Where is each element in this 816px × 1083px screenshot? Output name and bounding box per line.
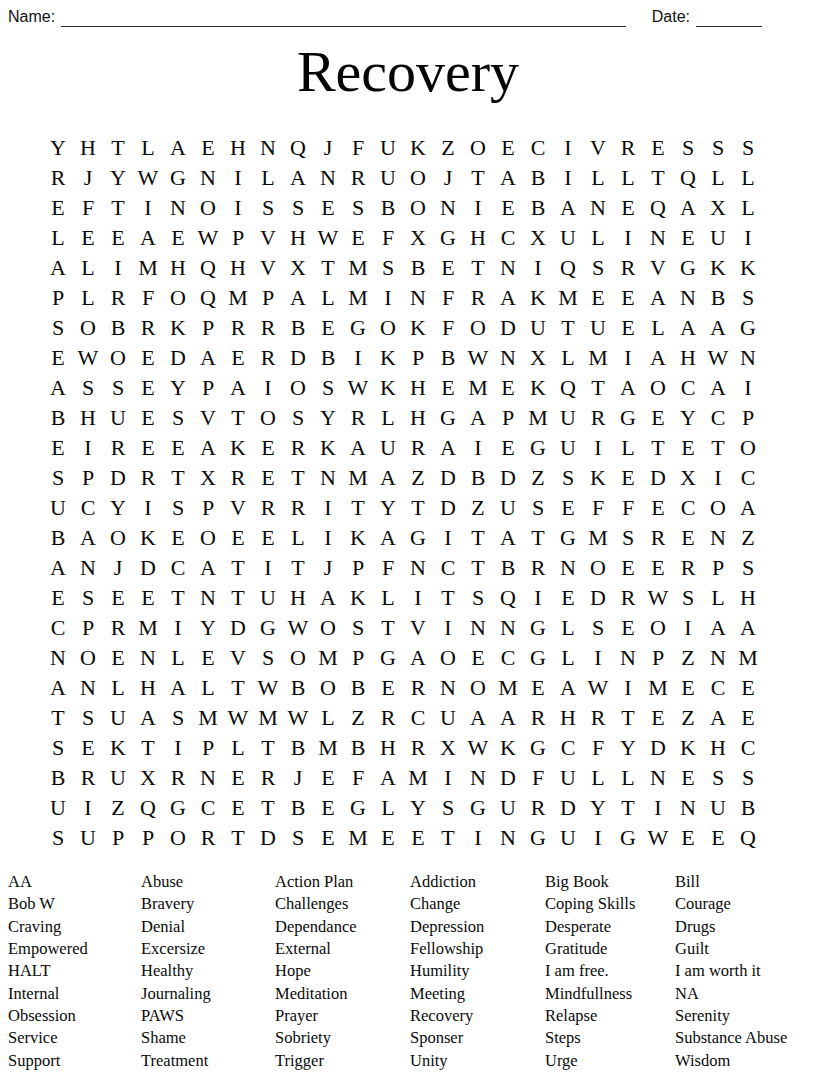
grid-cell-r14c15: T <box>463 523 493 553</box>
word-list-item: Coping Skills <box>545 893 675 915</box>
grid-cell-r10c8: O <box>253 403 283 433</box>
grid-cell-r13c13: T <box>403 493 433 523</box>
grid-cell-r14c22: E <box>673 523 703 553</box>
grid-cell-r11c3: R <box>103 433 133 463</box>
grid-cell-r6c12: I <box>373 283 403 313</box>
grid-cell-r3c19: N <box>583 193 613 223</box>
grid-cell-r18c13: A <box>403 643 433 673</box>
grid-cell-r24c11: M <box>343 823 373 853</box>
name-blank-line <box>61 6 626 27</box>
word-list-item: Dependance <box>275 916 410 938</box>
grid-cell-r16c15: S <box>463 583 493 613</box>
grid-cell-r11c9: R <box>283 433 313 463</box>
grid-cell-r17c24: A <box>733 613 763 643</box>
grid-cell-r24c20: G <box>613 823 643 853</box>
grid-cell-r18c11: P <box>343 643 373 673</box>
grid-cell-r18c7: V <box>223 643 253 673</box>
word-list-item: Urge <box>545 1050 675 1072</box>
grid-cell-r14c1: B <box>43 523 73 553</box>
grid-cell-r14c14: I <box>433 523 463 553</box>
grid-cell-r6c9: A <box>283 283 313 313</box>
grid-cell-r10c19: R <box>583 403 613 433</box>
grid-cell-r23c2: I <box>73 793 103 823</box>
grid-cell-r6c16: A <box>493 283 523 313</box>
grid-cell-r16c14: T <box>433 583 463 613</box>
grid-cell-r14c10: I <box>313 523 343 553</box>
grid-cell-r2c22: Q <box>673 163 703 193</box>
grid-cell-r2c23: L <box>703 163 733 193</box>
grid-cell-r6c1: P <box>43 283 73 313</box>
grid-cell-r9c18: Q <box>553 373 583 403</box>
grid-cell-r13c3: Y <box>103 493 133 523</box>
grid-cell-r18c2: O <box>73 643 103 673</box>
grid-cell-r7c23: A <box>703 313 733 343</box>
grid-cell-r17c18: L <box>553 613 583 643</box>
grid-cell-r12c22: X <box>673 463 703 493</box>
grid-cell-r5c20: R <box>613 253 643 283</box>
grid-cell-r13c17: S <box>523 493 553 523</box>
grid-cell-r17c6: Y <box>193 613 223 643</box>
grid-cell-r12c4: R <box>133 463 163 493</box>
grid-cell-r24c18: U <box>553 823 583 853</box>
grid-cell-r21c3: K <box>103 733 133 763</box>
grid-cell-r10c21: E <box>643 403 673 433</box>
grid-cell-r17c4: M <box>133 613 163 643</box>
grid-cell-r21c10: M <box>313 733 343 763</box>
word-list-item: Craving <box>8 916 141 938</box>
grid-cell-r14c5: E <box>163 523 193 553</box>
date-label: Date: <box>652 7 696 27</box>
grid-cell-r23c14: S <box>433 793 463 823</box>
grid-cell-r11c6: A <box>193 433 223 463</box>
grid-cell-r13c23: O <box>703 493 733 523</box>
word-list-item: AA <box>8 871 141 893</box>
grid-cell-r9c15: M <box>463 373 493 403</box>
grid-cell-r12c6: X <box>193 463 223 493</box>
grid-cell-r17c1: C <box>43 613 73 643</box>
word-list-item: Shame <box>141 1027 275 1049</box>
grid-cell-r20c10: L <box>313 703 343 733</box>
grid-cell-r2c24: L <box>733 163 763 193</box>
grid-cell-r1c21: E <box>643 133 673 163</box>
word-list-item: HALT <box>8 960 141 982</box>
grid-cell-r12c11: M <box>343 463 373 493</box>
grid-cell-r7c19: U <box>583 313 613 343</box>
grid-cell-r9c12: K <box>373 373 403 403</box>
grid-cell-r9c7: A <box>223 373 253 403</box>
grid-cell-r5c4: M <box>133 253 163 283</box>
grid-cell-r11c19: I <box>583 433 613 463</box>
grid-cell-r18c4: N <box>133 643 163 673</box>
grid-cell-r24c5: O <box>163 823 193 853</box>
grid-cell-r21c22: K <box>673 733 703 763</box>
grid-cell-r11c8: E <box>253 433 283 463</box>
grid-cell-r24c23: E <box>703 823 733 853</box>
grid-cell-r4c3: E <box>103 223 133 253</box>
grid-cell-r21c11: B <box>343 733 373 763</box>
word-list-item: Treatment <box>141 1050 275 1072</box>
grid-cell-r13c11: T <box>343 493 373 523</box>
grid-cell-r5c8: V <box>253 253 283 283</box>
grid-cell-r20c9: W <box>283 703 313 733</box>
grid-cell-r20c20: T <box>613 703 643 733</box>
grid-cell-r8c6: A <box>193 343 223 373</box>
grid-cell-r12c21: D <box>643 463 673 493</box>
grid-cell-r4c19: L <box>583 223 613 253</box>
grid-cell-r9c3: S <box>103 373 133 403</box>
grid-cell-r6c7: M <box>223 283 253 313</box>
grid-cell-r22c18: U <box>553 763 583 793</box>
word-list-item: Drugs <box>675 916 808 938</box>
grid-cell-r19c17: E <box>523 673 553 703</box>
grid-cell-r12c5: T <box>163 463 193 493</box>
grid-cell-r22c6: N <box>193 763 223 793</box>
grid-cell-r11c15: I <box>463 433 493 463</box>
grid-cell-r24c15: I <box>463 823 493 853</box>
grid-cell-r9c5: Y <box>163 373 193 403</box>
grid-cell-r5c15: T <box>463 253 493 283</box>
grid-cell-r10c6: V <box>193 403 223 433</box>
grid-cell-r14c6: O <box>193 523 223 553</box>
grid-cell-r7c5: K <box>163 313 193 343</box>
grid-cell-r21c16: K <box>493 733 523 763</box>
grid-cell-r16c23: L <box>703 583 733 613</box>
word-list-item: Service <box>8 1027 141 1049</box>
grid-cell-r16c10: A <box>313 583 343 613</box>
grid-cell-r3c3: T <box>103 193 133 223</box>
grid-cell-r24c3: P <box>103 823 133 853</box>
grid-cell-r1c15: O <box>463 133 493 163</box>
grid-cell-r15c7: T <box>223 553 253 583</box>
grid-cell-r5c21: V <box>643 253 673 283</box>
grid-cell-r10c5: S <box>163 403 193 433</box>
grid-cell-r11c22: E <box>673 433 703 463</box>
grid-cell-r10c13: H <box>403 403 433 433</box>
grid-cell-r17c16: N <box>493 613 523 643</box>
grid-cell-r4c2: E <box>73 223 103 253</box>
grid-cell-r12c3: D <box>103 463 133 493</box>
grid-cell-r13c10: I <box>313 493 343 523</box>
grid-cell-r23c20: T <box>613 793 643 823</box>
word-list-item: Gratitude <box>545 938 675 960</box>
grid-cell-r7c7: R <box>223 313 253 343</box>
grid-cell-r14c2: A <box>73 523 103 553</box>
grid-cell-r21c4: T <box>133 733 163 763</box>
grid-cell-r13c12: Y <box>373 493 403 523</box>
puzzle-title: Recovery <box>0 40 816 104</box>
grid-cell-r22c12: A <box>373 763 403 793</box>
word-list-item: Relapse <box>545 1005 675 1027</box>
grid-cell-r18c10: M <box>313 643 343 673</box>
grid-cell-r20c21: E <box>643 703 673 733</box>
grid-cell-r15c19: O <box>583 553 613 583</box>
grid-cell-r1c2: H <box>73 133 103 163</box>
grid-cell-r9c16: E <box>493 373 523 403</box>
grid-cell-r22c9: J <box>283 763 313 793</box>
grid-cell-r4c10: W <box>313 223 343 253</box>
grid-cell-r7c4: R <box>133 313 163 343</box>
grid-cell-r2c19: L <box>583 163 613 193</box>
grid-cell-r22c22: E <box>673 763 703 793</box>
grid-cell-r12c20: E <box>613 463 643 493</box>
grid-cell-r10c14: G <box>433 403 463 433</box>
grid-cell-r3c24: L <box>733 193 763 223</box>
grid-cell-r20c8: M <box>253 703 283 733</box>
grid-cell-r11c11: A <box>343 433 373 463</box>
grid-cell-r1c3: T <box>103 133 133 163</box>
grid-cell-r8c15: W <box>463 343 493 373</box>
grid-cell-r22c10: E <box>313 763 343 793</box>
grid-cell-r12c23: I <box>703 463 733 493</box>
grid-cell-r19c13: R <box>403 673 433 703</box>
grid-cell-r21c2: E <box>73 733 103 763</box>
grid-cell-r8c23: W <box>703 343 733 373</box>
grid-cell-r15c22: R <box>673 553 703 583</box>
grid-cell-r1c22: S <box>673 133 703 163</box>
grid-cell-r12c17: Z <box>523 463 553 493</box>
grid-cell-r8c10: B <box>313 343 343 373</box>
grid-cell-r17c12: T <box>373 613 403 643</box>
grid-cell-r8c13: P <box>403 343 433 373</box>
grid-cell-r1c1: Y <box>43 133 73 163</box>
grid-cell-r16c17: I <box>523 583 553 613</box>
grid-cell-r9c1: A <box>43 373 73 403</box>
grid-cell-r13c20: F <box>613 493 643 523</box>
grid-cell-r9c17: K <box>523 373 553 403</box>
grid-cell-r2c13: O <box>403 163 433 193</box>
word-list-item: I am free. <box>545 960 675 982</box>
word-list-item: NA <box>675 983 808 1005</box>
word-list-item: Obsession <box>8 1005 141 1027</box>
grid-cell-r7c20: E <box>613 313 643 343</box>
grid-cell-r5c11: M <box>343 253 373 283</box>
grid-cell-r4c21: N <box>643 223 673 253</box>
grid-cell-r7c2: O <box>73 313 103 343</box>
grid-cell-r16c7: T <box>223 583 253 613</box>
grid-cell-r20c11: Z <box>343 703 373 733</box>
grid-cell-r22c3: U <box>103 763 133 793</box>
grid-cell-r16c22: S <box>673 583 703 613</box>
grid-cell-r5c5: H <box>163 253 193 283</box>
grid-cell-r17c14: I <box>433 613 463 643</box>
grid-cell-r14c21: R <box>643 523 673 553</box>
grid-cell-r18c12: G <box>373 643 403 673</box>
grid-cell-r1c4: L <box>133 133 163 163</box>
word-list-item: Bob W <box>8 893 141 915</box>
grid-cell-r8c16: N <box>493 343 523 373</box>
word-list-item: Desperate <box>545 916 675 938</box>
grid-cell-r9c21: O <box>643 373 673 403</box>
grid-cell-r9c24: I <box>733 373 763 403</box>
grid-cell-r5c17: I <box>523 253 553 283</box>
grid-cell-r24c12: E <box>373 823 403 853</box>
grid-cell-r20c2: S <box>73 703 103 733</box>
grid-cell-r1c12: U <box>373 133 403 163</box>
grid-cell-r4c18: U <box>553 223 583 253</box>
grid-cell-r20c24: E <box>733 703 763 733</box>
grid-cell-r5c18: Q <box>553 253 583 283</box>
grid-cell-r5c1: A <box>43 253 73 283</box>
grid-cell-r12c24: C <box>733 463 763 493</box>
grid-cell-r21c24: C <box>733 733 763 763</box>
grid-cell-r3c16: E <box>493 193 523 223</box>
grid-cell-r20c13: C <box>403 703 433 733</box>
grid-cell-r8c22: H <box>673 343 703 373</box>
grid-cell-r10c2: H <box>73 403 103 433</box>
grid-cell-r9c4: E <box>133 373 163 403</box>
grid-cell-r1c23: S <box>703 133 733 163</box>
grid-cell-r20c6: M <box>193 703 223 733</box>
grid-cell-r2c9: A <box>283 163 313 193</box>
grid-cell-r18c15: E <box>463 643 493 673</box>
grid-cell-r12c14: D <box>433 463 463 493</box>
grid-cell-r22c23: S <box>703 763 733 793</box>
grid-cell-r22c15: N <box>463 763 493 793</box>
grid-cell-r12c12: A <box>373 463 403 493</box>
grid-cell-r6c24: S <box>733 283 763 313</box>
grid-cell-r4c8: V <box>253 223 283 253</box>
grid-cell-r6c5: O <box>163 283 193 313</box>
grid-cell-r2c16: A <box>493 163 523 193</box>
grid-cell-r20c16: A <box>493 703 523 733</box>
grid-cell-r14c9: L <box>283 523 313 553</box>
grid-cell-r2c14: J <box>433 163 463 193</box>
grid-cell-r3c22: A <box>673 193 703 223</box>
grid-cell-r17c22: I <box>673 613 703 643</box>
grid-cell-r8c8: R <box>253 343 283 373</box>
grid-cell-r11c20: L <box>613 433 643 463</box>
grid-cell-r22c8: R <box>253 763 283 793</box>
grid-cell-r23c8: T <box>253 793 283 823</box>
grid-cell-r18c20: N <box>613 643 643 673</box>
grid-cell-r8c7: E <box>223 343 253 373</box>
grid-cell-r2c1: R <box>43 163 73 193</box>
grid-cell-r16c24: H <box>733 583 763 613</box>
grid-cell-r2c6: N <box>193 163 223 193</box>
grid-cell-r7c15: O <box>463 313 493 343</box>
grid-cell-r24c19: I <box>583 823 613 853</box>
grid-cell-r18c3: E <box>103 643 133 673</box>
grid-cell-r22c17: F <box>523 763 553 793</box>
word-list-item: Guilt <box>675 938 808 960</box>
grid-cell-r9c14: E <box>433 373 463 403</box>
grid-cell-r18c22: Z <box>673 643 703 673</box>
word-list-item: Support <box>8 1050 141 1072</box>
grid-cell-r3c12: B <box>373 193 403 223</box>
grid-cell-r4c15: H <box>463 223 493 253</box>
grid-cell-r5c13: B <box>403 253 433 283</box>
grid-cell-r1c6: E <box>193 133 223 163</box>
grid-cell-r11c21: T <box>643 433 673 463</box>
grid-cell-r6c8: P <box>253 283 283 313</box>
grid-cell-r19c5: A <box>163 673 193 703</box>
grid-cell-r6c18: M <box>553 283 583 313</box>
grid-cell-r12c10: N <box>313 463 343 493</box>
grid-cell-r6c10: L <box>313 283 343 313</box>
grid-cell-r9c6: P <box>193 373 223 403</box>
grid-cell-r7c9: B <box>283 313 313 343</box>
grid-cell-r18c21: P <box>643 643 673 673</box>
grid-cell-r3c5: N <box>163 193 193 223</box>
grid-cell-r20c12: R <box>373 703 403 733</box>
grid-cell-r15c9: T <box>283 553 313 583</box>
grid-cell-r21c15: W <box>463 733 493 763</box>
grid-cell-r21c20: Y <box>613 733 643 763</box>
grid-cell-r7c18: T <box>553 313 583 343</box>
grid-cell-r6c20: E <box>613 283 643 313</box>
grid-cell-r22c13: M <box>403 763 433 793</box>
word-list-item: Sponser <box>410 1027 545 1049</box>
grid-cell-r11c14: A <box>433 433 463 463</box>
grid-cell-r14c8: E <box>253 523 283 553</box>
grid-cell-r2c11: R <box>343 163 373 193</box>
grid-cell-r21c13: R <box>403 733 433 763</box>
grid-cell-r2c8: L <box>253 163 283 193</box>
grid-cell-r12c8: E <box>253 463 283 493</box>
grid-cell-r14c16: A <box>493 523 523 553</box>
grid-cell-r18c8: S <box>253 643 283 673</box>
grid-cell-r10c15: A <box>463 403 493 433</box>
grid-cell-r15c12: F <box>373 553 403 583</box>
grid-cell-r4c17: X <box>523 223 553 253</box>
grid-cell-r16c4: E <box>133 583 163 613</box>
grid-cell-r4c9: H <box>283 223 313 253</box>
grid-cell-r6c11: M <box>343 283 373 313</box>
grid-cell-r10c3: U <box>103 403 133 433</box>
grid-cell-r10c24: P <box>733 403 763 433</box>
grid-cell-r19c20: I <box>613 673 643 703</box>
grid-cell-r7c11: G <box>343 313 373 343</box>
grid-cell-r1c24: S <box>733 133 763 163</box>
grid-cell-r13c15: Z <box>463 493 493 523</box>
grid-cell-r18c18: L <box>553 643 583 673</box>
word-list-item: Humility <box>410 960 545 982</box>
grid-cell-r3c13: O <box>403 193 433 223</box>
grid-cell-r24c8: D <box>253 823 283 853</box>
grid-cell-r7c24: G <box>733 313 763 343</box>
grid-cell-r15c23: P <box>703 553 733 583</box>
word-list-item: Depression <box>410 916 545 938</box>
grid-cell-r17c21: O <box>643 613 673 643</box>
grid-cell-r1c18: I <box>553 133 583 163</box>
word-list-item: PAWS <box>141 1005 275 1027</box>
grid-cell-r22c14: I <box>433 763 463 793</box>
grid-cell-r9c2: S <box>73 373 103 403</box>
grid-cell-r5c24: K <box>733 253 763 283</box>
grid-cell-r15c6: A <box>193 553 223 583</box>
grid-cell-r24c24: Q <box>733 823 763 853</box>
word-list-item: Big Book <box>545 871 675 893</box>
grid-cell-r23c10: E <box>313 793 343 823</box>
grid-cell-r1c8: N <box>253 133 283 163</box>
grid-cell-r21c23: H <box>703 733 733 763</box>
grid-cell-r8c5: D <box>163 343 193 373</box>
grid-cell-r4c13: X <box>403 223 433 253</box>
grid-cell-r8c17: X <box>523 343 553 373</box>
grid-cell-r11c16: E <box>493 433 523 463</box>
grid-cell-r8c24: N <box>733 343 763 373</box>
grid-cell-r19c18: A <box>553 673 583 703</box>
word-list-item: Hope <box>275 960 410 982</box>
grid-cell-r8c21: A <box>643 343 673 373</box>
grid-cell-r16c19: D <box>583 583 613 613</box>
grid-cell-r9c13: H <box>403 373 433 403</box>
grid-cell-r1c5: A <box>163 133 193 163</box>
grid-cell-r19c10: O <box>313 673 343 703</box>
grid-cell-r17c3: R <box>103 613 133 643</box>
grid-cell-r23c4: Q <box>133 793 163 823</box>
grid-cell-r10c18: U <box>553 403 583 433</box>
